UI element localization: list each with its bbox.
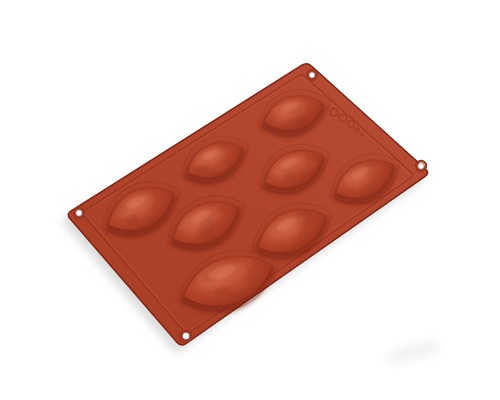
corner-hole (180, 330, 191, 341)
corner-hole (307, 70, 317, 80)
product-photo-svg (0, 0, 500, 400)
silicone-mold (68, 64, 427, 345)
corner-hole (416, 161, 426, 171)
corner-hole (74, 208, 84, 218)
photo-canvas (0, 0, 500, 400)
background-smudge (385, 337, 443, 366)
